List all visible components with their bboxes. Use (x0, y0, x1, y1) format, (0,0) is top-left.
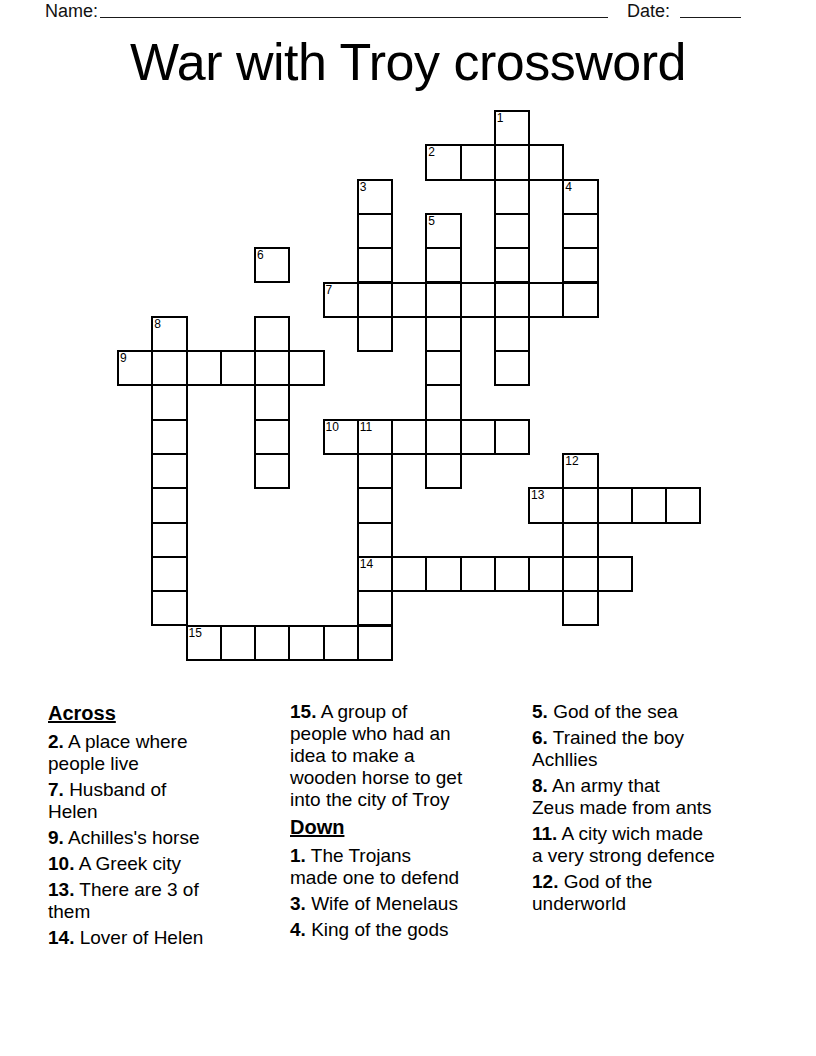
clue-num-label: 6. (532, 727, 548, 748)
grid-cell-r5c13[interactable] (562, 282, 598, 318)
grid-cell-r13c14[interactable] (597, 556, 633, 592)
across-clue-9: 9. Achilles's horse (48, 827, 283, 849)
grid-cell-r6c7[interactable] (357, 316, 393, 352)
grid-cell-r15c6[interactable] (323, 625, 359, 661)
clue-num-label: 5. (532, 701, 548, 722)
grid-cell-r14c7[interactable] (357, 590, 393, 626)
grid-cell-r9c8[interactable] (391, 419, 427, 455)
grid-cell-r11c16[interactable] (665, 487, 701, 523)
clue-number-7: 7 (326, 284, 333, 297)
date-blank-line (680, 17, 741, 18)
grid-cell-r9c7[interactable]: 11 (357, 419, 393, 455)
grid-cell-r9c1[interactable] (151, 419, 187, 455)
grid-cell-r6c11[interactable] (494, 316, 530, 352)
grid-cell-r5c6[interactable]: 7 (323, 282, 359, 318)
across-clue-10: 10. A Greek city (48, 853, 283, 875)
down-clue-1: 1. The Trojansmade one to defend (290, 845, 510, 889)
grid-cell-r7c9[interactable] (425, 350, 461, 386)
grid-cell-r6c1[interactable]: 8 (151, 316, 187, 352)
grid-cell-r4c4[interactable]: 6 (254, 247, 290, 283)
clue-number-15: 15 (189, 627, 202, 640)
grid-cell-r13c1[interactable] (151, 556, 187, 592)
across-clue-2: 2. A place wherepeople live (48, 731, 283, 775)
grid-cell-r14c13[interactable] (562, 590, 598, 626)
across-clue-15: 15. A group ofpeople who had anidea to m… (290, 701, 510, 811)
grid-cell-r2c11[interactable] (494, 179, 530, 215)
grid-cell-r11c12[interactable]: 13 (528, 487, 564, 523)
across-clue-14: 14. Lover of Helen (48, 927, 283, 949)
clue-num-label: 8. (532, 775, 548, 796)
grid-cell-r12c13[interactable] (562, 522, 598, 558)
grid-cell-r7c3[interactable] (220, 350, 256, 386)
clue-num-label: 3. (290, 893, 306, 914)
grid-cell-r5c10[interactable] (460, 282, 496, 318)
clue-number-3: 3 (360, 181, 367, 194)
grid-cell-r13c11[interactable] (494, 556, 530, 592)
grid-cell-r11c15[interactable] (631, 487, 667, 523)
grid-cell-r12c1[interactable] (151, 522, 187, 558)
grid-cell-r5c7[interactable] (357, 282, 393, 318)
clue-number-5: 5 (428, 215, 435, 228)
down-clue-3: 3. Wife of Menelaus (290, 893, 510, 915)
grid-cell-r1c11[interactable] (494, 144, 530, 180)
grid-cell-r15c2[interactable]: 15 (186, 625, 222, 661)
grid-cell-r2c13[interactable]: 4 (562, 179, 598, 215)
grid-cell-r3c7[interactable] (357, 213, 393, 249)
crossword-grid: 123456789101112131415 (117, 110, 705, 662)
grid-cell-r12c7[interactable] (357, 522, 393, 558)
down-clue-11: 11. A city wich madea very strong defenc… (532, 823, 772, 867)
down-clue-5: 5. God of the sea (532, 701, 772, 723)
clue-num-label: 1. (290, 845, 306, 866)
grid-cell-r1c9[interactable]: 2 (425, 144, 461, 180)
grid-cell-r5c8[interactable] (391, 282, 427, 318)
clue-number-4: 4 (565, 181, 572, 194)
page-title: War with Troy crossword (0, 33, 816, 91)
clue-num-label: 7. (48, 779, 64, 800)
grid-cell-r3c11[interactable] (494, 213, 530, 249)
grid-cell-r9c11[interactable] (494, 419, 530, 455)
grid-cell-r5c9[interactable] (425, 282, 461, 318)
grid-cell-r14c1[interactable] (151, 590, 187, 626)
grid-cell-r3c13[interactable] (562, 213, 598, 249)
grid-cell-r5c12[interactable] (528, 282, 564, 318)
clue-column-middle: 15. A group ofpeople who had anidea to m… (290, 701, 510, 945)
clue-number-10: 10 (326, 421, 339, 434)
clue-num-label: 13. (48, 879, 74, 900)
grid-cell-r7c1[interactable] (151, 350, 187, 386)
grid-cell-r9c9[interactable] (425, 419, 461, 455)
grid-cell-r15c4[interactable] (254, 625, 290, 661)
clue-number-11: 11 (360, 421, 372, 434)
clue-num-label: 15. (290, 701, 316, 722)
grid-cell-r7c11[interactable] (494, 350, 530, 386)
grid-cell-r6c9[interactable] (425, 316, 461, 352)
clue-num-label: 4. (290, 919, 306, 940)
grid-cell-r4c7[interactable] (357, 247, 393, 283)
down-heading: Down (290, 815, 510, 839)
grid-cell-r11c1[interactable] (151, 487, 187, 523)
down-clue-6: 6. Trained the boyAchllies (532, 727, 772, 771)
worksheet-page: Name: Date: War with Troy crossword 1234… (0, 0, 816, 1056)
grid-cell-r11c13[interactable] (562, 487, 598, 523)
date-label: Date: (627, 1, 670, 21)
clue-number-2: 2 (428, 146, 435, 159)
grid-cell-r8c4[interactable] (254, 384, 290, 420)
grid-cell-r6c4[interactable] (254, 316, 290, 352)
grid-cell-r9c6[interactable]: 10 (323, 419, 359, 455)
clue-num-label: 2. (48, 731, 64, 752)
clue-num-label: 14. (48, 927, 74, 948)
grid-cell-r4c9[interactable] (425, 247, 461, 283)
grid-cell-r8c1[interactable] (151, 384, 187, 420)
grid-cell-r15c5[interactable] (288, 625, 324, 661)
grid-cell-r0c11[interactable]: 1 (494, 110, 530, 146)
grid-cell-r13c7[interactable]: 14 (357, 556, 393, 592)
down-clue-8: 8. An army thatZeus made from ants (532, 775, 772, 819)
grid-cell-r10c9[interactable] (425, 453, 461, 489)
clue-num-label: 10. (48, 853, 74, 874)
clue-number-6: 6 (257, 249, 264, 262)
grid-cell-r11c7[interactable] (357, 487, 393, 523)
across-clue-13: 13. There are 3 ofthem (48, 879, 283, 923)
grid-cell-r10c1[interactable] (151, 453, 187, 489)
grid-cell-r4c11[interactable] (494, 247, 530, 283)
grid-cell-r10c13[interactable]: 12 (562, 453, 598, 489)
name-blank-line (100, 17, 608, 18)
down-clue-12: 12. God of theunderworld (532, 871, 772, 915)
across-heading: Across (48, 701, 283, 725)
grid-cell-r3c9[interactable]: 5 (425, 213, 461, 249)
grid-cell-r7c5[interactable] (288, 350, 324, 386)
clue-column-across: Across2. A place wherepeople live7. Husb… (48, 701, 283, 953)
grid-cell-r1c10[interactable] (460, 144, 496, 180)
name-label: Name: (45, 1, 98, 21)
grid-cell-r13c9[interactable] (425, 556, 461, 592)
grid-cell-r8c9[interactable] (425, 384, 461, 420)
grid-cell-r7c0[interactable]: 9 (117, 350, 153, 386)
grid-cell-r15c7[interactable] (357, 625, 393, 661)
grid-cell-r2c7[interactable]: 3 (357, 179, 393, 215)
clue-num-label: 9. (48, 827, 64, 848)
down-clue-4: 4. King of the gods (290, 919, 510, 941)
grid-cell-r10c4[interactable] (254, 453, 290, 489)
grid-cell-r13c10[interactable] (460, 556, 496, 592)
clue-number-9: 9 (120, 352, 127, 365)
grid-cell-r9c4[interactable] (254, 419, 290, 455)
grid-cell-r10c7[interactable] (357, 453, 393, 489)
grid-cell-r9c10[interactable] (460, 419, 496, 455)
clue-number-12: 12 (565, 455, 578, 468)
grid-cell-r13c13[interactable] (562, 556, 598, 592)
clue-number-8: 8 (154, 318, 161, 331)
grid-cell-r5c11[interactable] (494, 282, 530, 318)
clue-num-label: 12. (532, 871, 558, 892)
across-clue-7: 7. Husband ofHelen (48, 779, 283, 823)
grid-cell-r1c12[interactable] (528, 144, 564, 180)
grid-cell-r7c2[interactable] (186, 350, 222, 386)
grid-cell-r13c12[interactable] (528, 556, 564, 592)
clue-number-14: 14 (360, 558, 373, 571)
clue-number-13: 13 (531, 489, 544, 502)
grid-cell-r11c14[interactable] (597, 487, 633, 523)
clue-num-label: 11. (532, 823, 557, 844)
clue-number-1: 1 (497, 112, 504, 125)
grid-cell-r13c8[interactable] (391, 556, 427, 592)
grid-cell-r7c4[interactable] (254, 350, 290, 386)
grid-cell-r15c3[interactable] (220, 625, 256, 661)
grid-cell-r4c13[interactable] (562, 247, 598, 283)
clue-column-down: 5. God of the sea6. Trained the boyAchll… (532, 701, 772, 919)
